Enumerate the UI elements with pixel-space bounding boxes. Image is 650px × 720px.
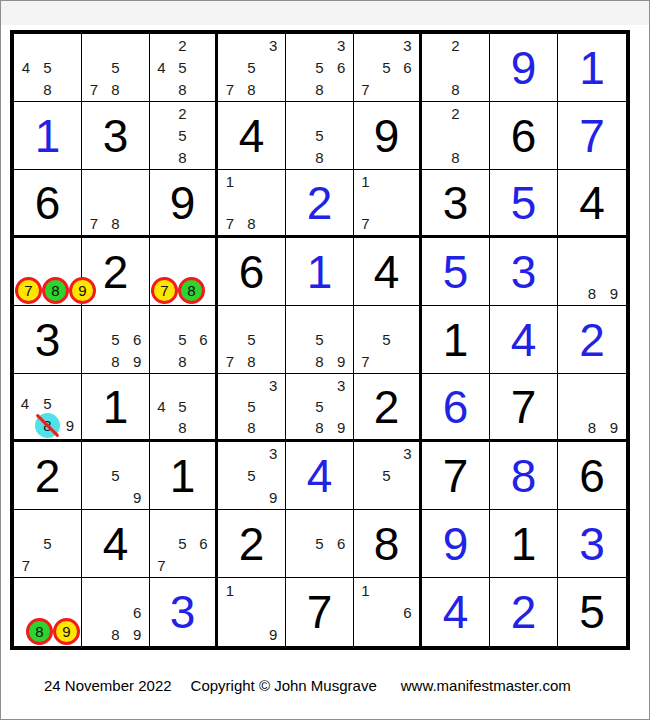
candidate-grid: 178 [219, 171, 284, 234]
cell-r8c7[interactable]: 9 [422, 510, 490, 578]
candidate-digit: 7 [226, 216, 234, 231]
candidate-digit: 6 [133, 332, 141, 347]
candidate-digit: 3 [403, 446, 411, 461]
candidate-digit: 8 [315, 150, 323, 165]
candidate-digit: 5 [382, 332, 390, 347]
solved-digit: 4 [286, 442, 353, 509]
candidate-digit: 5 [178, 60, 186, 75]
cell-r7c8[interactable]: 8 [490, 442, 558, 510]
candidate-digit: 8 [247, 354, 255, 369]
candidate-grid: 578 [83, 35, 148, 100]
sudoku-board: 4585782458357835683567289113258458928676… [10, 30, 630, 650]
cell-r8c4[interactable]: 2 [218, 510, 286, 578]
cell-r5c3[interactable]: 568 [150, 306, 218, 374]
candidate-digit: 8 [451, 82, 459, 97]
candidate-digit: 8 [315, 420, 323, 435]
candidate-circled-yellow: 9 [69, 277, 96, 304]
cell-r1c5[interactable]: 3568 [286, 34, 354, 102]
given-digit: 4 [354, 238, 419, 305]
cell-r7c6[interactable]: 35 [354, 442, 422, 510]
solved-digit: 9 [422, 510, 489, 577]
candidate-digit: 9 [337, 420, 345, 435]
solved-digit: 6 [422, 374, 489, 439]
cell-r6c9[interactable]: 89 [558, 374, 626, 442]
cell-r8c2[interactable]: 4 [82, 510, 150, 578]
given-digit: 6 [558, 442, 626, 509]
candidate-digit: 8 [178, 354, 186, 369]
cell-r3c4[interactable]: 178 [218, 170, 286, 238]
candidate-digit: 5 [43, 536, 51, 551]
candidate-digit: 9 [269, 627, 277, 642]
candidate-digit: 5 [247, 60, 255, 75]
candidate-digit: 2 [451, 38, 459, 53]
candidate-grid: 567 [151, 511, 214, 576]
cell-r7c4[interactable]: 359 [218, 442, 286, 510]
given-digit: 3 [14, 306, 81, 373]
candidate-grid: 458 [15, 35, 80, 100]
candidate-digit: 9 [610, 420, 618, 435]
candidate-grid: 3567 [355, 35, 418, 100]
candidate-digit: 9 [133, 490, 141, 505]
candidate-digit: 5 [315, 128, 323, 143]
cell-r1c4[interactable]: 3578 [218, 34, 286, 102]
cell-r9c4[interactable]: 19 [218, 578, 286, 646]
candidate-grid: 2458 [151, 35, 214, 100]
candidate-digit: 5 [315, 399, 323, 414]
cell-r3c7[interactable]: 3 [422, 170, 490, 238]
given-digit: 6 [218, 238, 285, 305]
given-digit: 7 [286, 578, 353, 646]
candidate-digit: 9 [66, 418, 74, 433]
candidate-circled-yellow: 7 [151, 277, 178, 304]
solved-digit: 1 [558, 34, 626, 101]
given-digit: 7 [490, 374, 557, 439]
candidate-digit: 5 [43, 396, 51, 411]
candidate-digit: 5 [315, 536, 323, 551]
cell-r4c4[interactable]: 6 [218, 238, 286, 306]
candidate-grid: 359 [219, 443, 284, 508]
solved-digit: 1 [14, 102, 81, 169]
candidate-grid: 57 [15, 511, 80, 576]
candidate-digit: 8 [178, 82, 186, 97]
candidate-digit: 5 [382, 468, 390, 483]
candidate-digit: 3 [337, 38, 345, 53]
candidate-grid: 17 [355, 171, 418, 234]
cell-r7c7[interactable]: 7 [422, 442, 490, 510]
cell-r4c8[interactable]: 3 [490, 238, 558, 306]
given-digit: 1 [490, 510, 557, 577]
candidate-digit: 2 [178, 106, 186, 121]
cell-r9c1[interactable]: 89 [14, 578, 82, 646]
given-digit: 1 [150, 442, 215, 509]
cell-r7c2[interactable]: 59 [82, 442, 150, 510]
candidate-digit: 2 [451, 106, 459, 121]
given-digit: 6 [490, 102, 557, 169]
candidate-grid: 59 [83, 443, 148, 508]
candidate-digit: 5 [178, 399, 186, 414]
candidate-digit: 8 [111, 216, 119, 231]
candidate-digit: 5 [315, 332, 323, 347]
solved-digit: 7 [558, 102, 626, 169]
candidate-grid: 589 [287, 307, 352, 372]
candidate-digit: 8 [247, 420, 255, 435]
cell-r6c2[interactable]: 1 [82, 374, 150, 442]
given-digit: 2 [218, 510, 285, 577]
cell-r9c9[interactable]: 5 [558, 578, 626, 646]
candidate-grid: 5689 [83, 307, 148, 372]
given-digit: 6 [14, 170, 81, 235]
candidate-digit: 8 [315, 354, 323, 369]
footer-copyright: Copyright © John Musgrave [191, 677, 377, 694]
candidate-grid: 358 [219, 375, 284, 438]
candidate-digit: 6 [337, 60, 345, 75]
solved-digit: 2 [490, 578, 557, 646]
given-digit: 2 [354, 374, 419, 439]
given-digit: 5 [558, 578, 626, 646]
given-digit: 8 [354, 510, 419, 577]
candidate-digit: 7 [90, 82, 98, 97]
candidate-grid: 3589 [287, 375, 352, 438]
candidate-digit: 6 [403, 60, 411, 75]
candidate-digit: 8 [588, 286, 596, 301]
candidate-grid: 78 [151, 239, 214, 304]
candidate-digit: 9 [337, 354, 345, 369]
footer: 24 November 2022Copyright © John Musgrav… [44, 677, 571, 694]
candidate-grid: 578 [219, 307, 284, 372]
candidate-grid: 28 [423, 35, 488, 100]
candidate-digit: 9 [610, 286, 618, 301]
cell-r3c2[interactable]: 78 [82, 170, 150, 238]
solved-digit: 3 [490, 238, 557, 305]
candidate-grid: 3578 [219, 35, 284, 100]
candidate-grid: 458 [151, 375, 214, 438]
cell-r4c3[interactable]: 78 [150, 238, 218, 306]
candidate-digit: 5 [111, 60, 119, 75]
cell-r9c2[interactable]: 689 [82, 578, 150, 646]
solved-digit: 2 [286, 170, 353, 235]
candidate-digit: 7 [22, 558, 30, 573]
cell-r2c7[interactable]: 28 [422, 102, 490, 170]
cell-r4c9[interactable]: 89 [558, 238, 626, 306]
candidate-digit: 5 [111, 468, 119, 483]
cell-r9c5[interactable]: 7 [286, 578, 354, 646]
cell-r9c6[interactable]: 16 [354, 578, 422, 646]
candidate-digit: 8 [315, 82, 323, 97]
candidate-digit: 8 [451, 150, 459, 165]
candidate-grid: 568 [151, 307, 214, 372]
candidate-digit: 7 [361, 82, 369, 97]
cell-r5c4[interactable]: 578 [218, 306, 286, 374]
solved-digit: 5 [422, 238, 489, 305]
candidate-grid: 89 [15, 579, 80, 645]
candidate-grid: 16 [355, 579, 418, 645]
cell-r4c6[interactable]: 4 [354, 238, 422, 306]
cell-r8c1[interactable]: 57 [14, 510, 82, 578]
cell-r2c3[interactable]: 258 [150, 102, 218, 170]
solved-digit: 9 [490, 34, 557, 101]
cell-r8c9[interactable]: 3 [558, 510, 626, 578]
solved-digit: 8 [490, 442, 557, 509]
candidate-digit: 7 [157, 558, 165, 573]
cell-r8c8[interactable]: 1 [490, 510, 558, 578]
cell-r1c7[interactable]: 28 [422, 34, 490, 102]
candidate-circled-green: 8 [42, 277, 69, 304]
cell-r5c6[interactable]: 57 [354, 306, 422, 374]
candidate-digit: 7 [90, 216, 98, 231]
cell-r1c8[interactable]: 9 [490, 34, 558, 102]
given-digit: 4 [558, 170, 626, 235]
given-digit: 3 [82, 102, 149, 169]
candidate-digit: 8 [111, 82, 119, 97]
candidate-digit: 6 [337, 536, 345, 551]
cell-r6c8[interactable]: 7 [490, 374, 558, 442]
cell-r1c1[interactable]: 458 [14, 34, 82, 102]
candidate-digit: 5 [43, 60, 51, 75]
given-digit: 1 [82, 374, 149, 439]
cell-r9c7[interactable]: 4 [422, 578, 490, 646]
candidate-digit: 8 [111, 354, 119, 369]
candidate-digit: 8 [43, 82, 51, 97]
cell-r5c5[interactable]: 589 [286, 306, 354, 374]
cell-r5c2[interactable]: 5689 [82, 306, 150, 374]
candidate-digit: 5 [382, 60, 390, 75]
solved-digit: 1 [286, 238, 353, 305]
cell-r1c6[interactable]: 3567 [354, 34, 422, 102]
candidate-grid: 258 [151, 103, 214, 168]
solved-digit: 5 [490, 170, 557, 235]
cell-r2c4[interactable]: 4 [218, 102, 286, 170]
candidate-grid: 58 [287, 103, 352, 168]
candidate-grid: 89 [559, 239, 625, 304]
cell-r5c1[interactable]: 3 [14, 306, 82, 374]
cell-r8c5[interactable]: 56 [286, 510, 354, 578]
candidate-digit: 6 [133, 605, 141, 620]
candidate-digit: 8 [247, 82, 255, 97]
candidate-digit: 5 [247, 399, 255, 414]
candidate-digit: 7 [226, 354, 234, 369]
candidate-grid: 89 [559, 375, 625, 438]
given-digit: 1 [422, 306, 489, 373]
cell-r3c6[interactable]: 17 [354, 170, 422, 238]
cell-r1c2[interactable]: 578 [82, 34, 150, 102]
cell-r6c4[interactable]: 358 [218, 374, 286, 442]
cell-r3c9[interactable]: 4 [558, 170, 626, 238]
candidate-digit: 1 [361, 583, 369, 598]
candidate-digit: 6 [403, 605, 411, 620]
candidate-digit: 5 [247, 332, 255, 347]
cell-r4c7[interactable]: 5 [422, 238, 490, 306]
cell-r9c3[interactable]: 3 [150, 578, 218, 646]
candidate-digit: 1 [226, 583, 234, 598]
candidate-grid: 689 [83, 579, 148, 645]
solved-digit: 4 [490, 306, 557, 373]
cell-r1c3[interactable]: 2458 [150, 34, 218, 102]
cell-r7c1[interactable]: 2 [14, 442, 82, 510]
given-digit: 4 [82, 510, 149, 577]
solved-digit: 3 [558, 510, 626, 577]
cell-r7c5[interactable]: 4 [286, 442, 354, 510]
cell-r1c9[interactable]: 1 [558, 34, 626, 102]
candidate-eliminated-cyan: 8 [35, 413, 60, 438]
given-digit: 9 [150, 170, 215, 235]
cell-r2c5[interactable]: 58 [286, 102, 354, 170]
given-digit: 3 [422, 170, 489, 235]
cell-r6c7[interactable]: 6 [422, 374, 490, 442]
cell-r8c3[interactable]: 567 [150, 510, 218, 578]
candidate-digit: 3 [269, 38, 277, 53]
cell-r5c8[interactable]: 4 [490, 306, 558, 374]
given-digit: 7 [422, 442, 489, 509]
candidate-digit: 9 [269, 490, 277, 505]
cell-r5c7[interactable]: 1 [422, 306, 490, 374]
candidate-digit: 1 [361, 174, 369, 189]
candidate-digit: 9 [133, 354, 141, 369]
candidate-grid: 3568 [287, 35, 352, 100]
candidate-digit: 3 [269, 378, 277, 393]
candidate-grid: 19 [219, 579, 284, 645]
cell-r3c5[interactable]: 2 [286, 170, 354, 238]
given-digit: 2 [14, 442, 81, 509]
cell-r6c1[interactable]: 4589 [14, 374, 82, 442]
candidate-digit: 8 [178, 420, 186, 435]
cell-r2c2[interactable]: 3 [82, 102, 150, 170]
candidate-digit: 8 [178, 150, 186, 165]
candidate-digit: 1 [226, 174, 234, 189]
solved-digit: 4 [422, 578, 489, 646]
cell-r2c6[interactable]: 9 [354, 102, 422, 170]
cell-r6c6[interactable]: 2 [354, 374, 422, 442]
candidate-grid: 56 [287, 511, 352, 576]
window-top-strip [1, 1, 649, 25]
candidate-digit: 3 [337, 378, 345, 393]
candidate-grid: 78 [83, 171, 148, 234]
solved-digit: 3 [150, 578, 215, 646]
candidate-grid: 57 [355, 307, 418, 372]
candidate-digit: 7 [226, 82, 234, 97]
candidate-digit: 6 [199, 536, 207, 551]
candidate-circled-yellow: 7 [15, 277, 42, 304]
cell-r4c5[interactable]: 1 [286, 238, 354, 306]
candidate-digit: 4 [22, 60, 30, 75]
candidate-digit: 2 [178, 38, 186, 53]
given-digit: 9 [354, 102, 419, 169]
given-digit: 4 [218, 102, 285, 169]
cell-r2c8[interactable]: 6 [490, 102, 558, 170]
candidate-digit: 5 [111, 332, 119, 347]
cell-r3c3[interactable]: 9 [150, 170, 218, 238]
candidate-digit: 5 [315, 60, 323, 75]
cell-r7c3[interactable]: 1 [150, 442, 218, 510]
candidate-digit: 5 [178, 128, 186, 143]
cell-r2c9[interactable]: 7 [558, 102, 626, 170]
candidate-digit: 7 [361, 354, 369, 369]
footer-date: 24 November 2022 [44, 677, 172, 694]
cell-r2c1[interactable]: 1 [14, 102, 82, 170]
candidate-digit: 8 [588, 420, 596, 435]
cell-r3c8[interactable]: 5 [490, 170, 558, 238]
candidate-digit: 5 [178, 332, 186, 347]
cell-r5c9[interactable]: 2 [558, 306, 626, 374]
candidate-digit: 8 [111, 627, 119, 642]
candidate-digit: 3 [269, 446, 277, 461]
cell-r6c3[interactable]: 458 [150, 374, 218, 442]
candidate-grid: 28 [423, 103, 488, 168]
candidate-digit: 5 [178, 536, 186, 551]
cell-r6c5[interactable]: 3589 [286, 374, 354, 442]
candidate-digit: 8 [247, 216, 255, 231]
candidate-grid: 789 [15, 239, 80, 304]
candidate-grid: 4589 [15, 375, 80, 438]
candidate-circled-yellow: 9 [53, 618, 80, 645]
candidate-digit: 9 [133, 627, 141, 642]
candidate-grid: 35 [355, 443, 418, 508]
cell-r9c8[interactable]: 2 [490, 578, 558, 646]
candidate-digit: 7 [361, 216, 369, 231]
cell-r7c9[interactable]: 6 [558, 442, 626, 510]
candidate-circled-green: 8 [26, 618, 53, 645]
cell-r8c6[interactable]: 8 [354, 510, 422, 578]
candidate-digit: 3 [403, 38, 411, 53]
solved-digit: 2 [558, 306, 626, 373]
cell-r4c1[interactable]: 789 [14, 238, 82, 306]
candidate-circled-green: 8 [178, 277, 205, 304]
candidate-digit: 6 [199, 332, 207, 347]
cell-r3c1[interactable]: 6 [14, 170, 82, 238]
candidate-digit: 4 [21, 396, 29, 411]
footer-website: www.manifestmaster.com [401, 677, 571, 694]
candidate-digit: 4 [157, 399, 165, 414]
candidate-digit: 5 [247, 468, 255, 483]
candidate-digit: 4 [157, 60, 165, 75]
